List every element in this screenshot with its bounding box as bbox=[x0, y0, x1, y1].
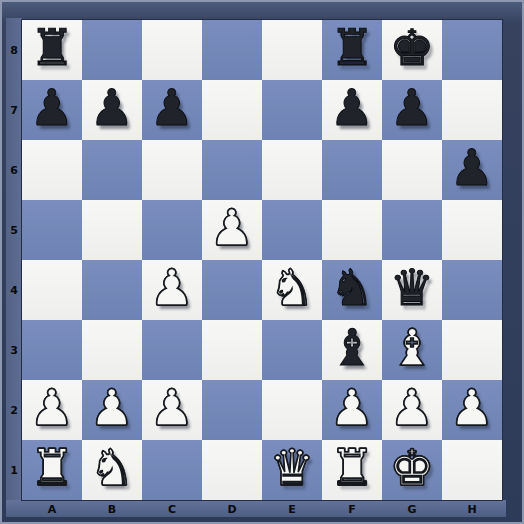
square-b1[interactable]: ♞ bbox=[82, 440, 142, 500]
square-e6[interactable] bbox=[262, 140, 322, 200]
square-f7[interactable]: ♟ bbox=[322, 80, 382, 140]
square-h3[interactable] bbox=[442, 320, 502, 380]
square-g6[interactable] bbox=[382, 140, 442, 200]
rank-labels: 87654321 bbox=[6, 20, 22, 500]
square-h1[interactable] bbox=[442, 440, 502, 500]
white-pawn-h2[interactable]: ♟ bbox=[450, 378, 495, 438]
square-b2[interactable]: ♟ bbox=[82, 380, 142, 440]
square-e2[interactable] bbox=[262, 380, 322, 440]
black-queen-g4[interactable]: ♛ bbox=[390, 258, 435, 318]
square-e4[interactable]: ♞ bbox=[262, 260, 322, 320]
square-f3[interactable]: ♝ bbox=[322, 320, 382, 380]
rank-label-2: 2 bbox=[6, 380, 22, 440]
white-pawn-c2[interactable]: ♟ bbox=[150, 378, 195, 438]
black-king-g8[interactable]: ♚ bbox=[390, 18, 435, 78]
square-a8[interactable]: ♜ bbox=[22, 20, 82, 80]
square-e8[interactable] bbox=[262, 20, 322, 80]
white-knight-b1[interactable]: ♞ bbox=[90, 438, 135, 498]
square-e1[interactable]: ♛ bbox=[262, 440, 322, 500]
white-bishop-g3[interactable]: ♝ bbox=[390, 318, 435, 378]
rank-label-5: 5 bbox=[6, 200, 22, 260]
square-d7[interactable] bbox=[202, 80, 262, 140]
square-e7[interactable] bbox=[262, 80, 322, 140]
file-label-a: A bbox=[22, 502, 82, 517]
file-label-d: D bbox=[202, 502, 262, 517]
square-e3[interactable] bbox=[262, 320, 322, 380]
square-e5[interactable] bbox=[262, 200, 322, 260]
file-labels: ABCDEFGH bbox=[22, 502, 502, 517]
square-d4[interactable] bbox=[202, 260, 262, 320]
square-a5[interactable] bbox=[22, 200, 82, 260]
square-d6[interactable] bbox=[202, 140, 262, 200]
square-h4[interactable] bbox=[442, 260, 502, 320]
white-pawn-a2[interactable]: ♟ bbox=[30, 378, 75, 438]
square-g4[interactable]: ♛ bbox=[382, 260, 442, 320]
white-pawn-c4[interactable]: ♟ bbox=[150, 258, 195, 318]
square-f8[interactable]: ♜ bbox=[322, 20, 382, 80]
file-label-e: E bbox=[262, 502, 322, 517]
square-c1[interactable] bbox=[142, 440, 202, 500]
square-d5[interactable]: ♟ bbox=[202, 200, 262, 260]
square-b7[interactable]: ♟ bbox=[82, 80, 142, 140]
square-b6[interactable] bbox=[82, 140, 142, 200]
black-pawn-b7[interactable]: ♟ bbox=[90, 78, 135, 138]
rank-label-4: 4 bbox=[6, 260, 22, 320]
square-g8[interactable]: ♚ bbox=[382, 20, 442, 80]
board: ♜♜♚♟♟♟♟♟♟♟♟♞♞♛♝♝♟♟♟♟♟♟♜♞♛♜♚ bbox=[22, 20, 502, 500]
square-g7[interactable]: ♟ bbox=[382, 80, 442, 140]
rank-label-7: 7 bbox=[6, 80, 22, 140]
white-king-g1[interactable]: ♚ bbox=[390, 438, 435, 498]
square-d1[interactable] bbox=[202, 440, 262, 500]
square-c8[interactable] bbox=[142, 20, 202, 80]
file-label-b: B bbox=[82, 502, 142, 517]
square-f5[interactable] bbox=[322, 200, 382, 260]
file-label-h: H bbox=[442, 502, 502, 517]
chess-board-frame: 87654321 ♜♜♚♟♟♟♟♟♟♟♟♞♞♛♝♝♟♟♟♟♟♟♜♞♛♜♚ ABC… bbox=[0, 0, 524, 524]
square-d2[interactable] bbox=[202, 380, 262, 440]
white-pawn-d5[interactable]: ♟ bbox=[210, 198, 255, 258]
square-f1[interactable]: ♜ bbox=[322, 440, 382, 500]
square-c6[interactable] bbox=[142, 140, 202, 200]
black-pawn-c7[interactable]: ♟ bbox=[150, 78, 195, 138]
white-knight-e4[interactable]: ♞ bbox=[270, 258, 315, 318]
square-f2[interactable]: ♟ bbox=[322, 380, 382, 440]
white-pawn-f2[interactable]: ♟ bbox=[330, 378, 375, 438]
square-b4[interactable] bbox=[82, 260, 142, 320]
square-h6[interactable]: ♟ bbox=[442, 140, 502, 200]
square-b8[interactable] bbox=[82, 20, 142, 80]
square-d3[interactable] bbox=[202, 320, 262, 380]
square-d8[interactable] bbox=[202, 20, 262, 80]
file-label-f: F bbox=[322, 502, 382, 517]
rank-label-8: 8 bbox=[6, 20, 22, 80]
black-pawn-a7[interactable]: ♟ bbox=[30, 78, 75, 138]
black-pawn-g7[interactable]: ♟ bbox=[390, 78, 435, 138]
square-g2[interactable]: ♟ bbox=[382, 380, 442, 440]
square-h2[interactable]: ♟ bbox=[442, 380, 502, 440]
square-a3[interactable] bbox=[22, 320, 82, 380]
square-b3[interactable] bbox=[82, 320, 142, 380]
black-rook-f8[interactable]: ♜ bbox=[330, 18, 375, 78]
square-a2[interactable]: ♟ bbox=[22, 380, 82, 440]
rank-label-6: 6 bbox=[6, 140, 22, 200]
square-g1[interactable]: ♚ bbox=[382, 440, 442, 500]
rank-label-1: 1 bbox=[6, 440, 22, 500]
file-label-g: G bbox=[382, 502, 442, 517]
white-rook-a1[interactable]: ♜ bbox=[30, 438, 75, 498]
black-bishop-f3[interactable]: ♝ bbox=[330, 318, 375, 378]
rank-label-3: 3 bbox=[6, 320, 22, 380]
white-pawn-g2[interactable]: ♟ bbox=[390, 378, 435, 438]
square-g5[interactable] bbox=[382, 200, 442, 260]
square-h5[interactable] bbox=[442, 200, 502, 260]
square-f6[interactable] bbox=[322, 140, 382, 200]
square-a4[interactable] bbox=[22, 260, 82, 320]
black-pawn-h6[interactable]: ♟ bbox=[450, 138, 495, 198]
square-c7[interactable]: ♟ bbox=[142, 80, 202, 140]
square-g3[interactable]: ♝ bbox=[382, 320, 442, 380]
black-knight-f4[interactable]: ♞ bbox=[330, 258, 375, 318]
square-c5[interactable] bbox=[142, 200, 202, 260]
black-rook-a8[interactable]: ♜ bbox=[30, 18, 75, 78]
white-queen-e1[interactable]: ♛ bbox=[270, 438, 315, 498]
square-h7[interactable] bbox=[442, 80, 502, 140]
square-a7[interactable]: ♟ bbox=[22, 80, 82, 140]
square-a1[interactable]: ♜ bbox=[22, 440, 82, 500]
square-c2[interactable]: ♟ bbox=[142, 380, 202, 440]
black-pawn-f7[interactable]: ♟ bbox=[330, 78, 375, 138]
square-f4[interactable]: ♞ bbox=[322, 260, 382, 320]
square-h8[interactable] bbox=[442, 20, 502, 80]
white-pawn-b2[interactable]: ♟ bbox=[90, 378, 135, 438]
file-label-c: C bbox=[142, 502, 202, 517]
square-c4[interactable]: ♟ bbox=[142, 260, 202, 320]
square-c3[interactable] bbox=[142, 320, 202, 380]
square-b5[interactable] bbox=[82, 200, 142, 260]
square-a6[interactable] bbox=[22, 140, 82, 200]
white-rook-f1[interactable]: ♜ bbox=[330, 438, 375, 498]
